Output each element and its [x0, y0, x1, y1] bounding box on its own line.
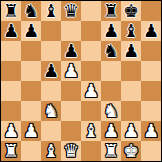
piece-black-pawn[interactable]: ♟ [103, 21, 119, 41]
piece-black-bishop[interactable]: ♝ [43, 1, 59, 21]
square-f7[interactable]: ♟ [101, 21, 121, 41]
square-f6[interactable]: ♞ [101, 41, 121, 61]
piece-white-pawn[interactable]: ♟ [23, 121, 39, 141]
square-c1[interactable]: ♝ [41, 141, 61, 161]
piece-black-rook[interactable]: ♜ [103, 1, 119, 21]
square-b7[interactable]: ♟ [21, 21, 41, 41]
piece-black-pawn[interactable]: ♟ [3, 21, 19, 41]
square-d1[interactable]: ♛ [61, 141, 81, 161]
square-a5[interactable] [1, 61, 21, 81]
square-e7[interactable] [81, 21, 101, 41]
piece-black-pawn[interactable]: ♟ [43, 61, 59, 81]
square-c2[interactable] [41, 121, 61, 141]
square-e1[interactable] [81, 141, 101, 161]
square-d3[interactable] [61, 101, 81, 121]
square-c7[interactable] [41, 21, 61, 41]
square-a3[interactable] [1, 101, 21, 121]
chess-board-frame: ♜♞♝♛♜♚♟♟♟♝♟♟♞♟♟♟♟♞♞♟♟♝♟♟♟♜♝♛♜♚ [0, 0, 162, 162]
piece-white-knight[interactable]: ♞ [103, 101, 119, 121]
square-b6[interactable] [21, 41, 41, 61]
square-h2[interactable]: ♟ [141, 121, 161, 141]
piece-white-pawn[interactable]: ♟ [83, 81, 99, 101]
square-b3[interactable] [21, 101, 41, 121]
piece-white-bishop[interactable]: ♝ [43, 141, 59, 161]
square-h3[interactable] [141, 101, 161, 121]
square-h7[interactable]: ♟ [141, 21, 161, 41]
square-c4[interactable] [41, 81, 61, 101]
square-c8[interactable]: ♝ [41, 1, 61, 21]
square-g1[interactable]: ♚ [121, 141, 141, 161]
square-e3[interactable] [81, 101, 101, 121]
piece-white-pawn[interactable]: ♟ [123, 121, 139, 141]
piece-black-rook[interactable]: ♜ [3, 1, 19, 21]
piece-black-pawn[interactable]: ♟ [143, 21, 159, 41]
square-e2[interactable]: ♝ [81, 121, 101, 141]
square-e5[interactable] [81, 61, 101, 81]
square-a2[interactable]: ♟ [1, 121, 21, 141]
piece-black-knight[interactable]: ♞ [23, 1, 39, 21]
square-d4[interactable] [61, 81, 81, 101]
square-e4[interactable]: ♟ [81, 81, 101, 101]
square-f2[interactable]: ♟ [101, 121, 121, 141]
piece-black-pawn[interactable]: ♟ [23, 21, 39, 41]
square-a6[interactable] [1, 41, 21, 61]
square-h6[interactable] [141, 41, 161, 61]
square-c5[interactable]: ♟ [41, 61, 61, 81]
piece-white-pawn[interactable]: ♟ [143, 121, 159, 141]
square-e6[interactable] [81, 41, 101, 61]
square-b2[interactable]: ♟ [21, 121, 41, 141]
piece-white-pawn[interactable]: ♟ [103, 121, 119, 141]
square-g7[interactable]: ♝ [121, 21, 141, 41]
piece-black-pawn[interactable]: ♟ [63, 41, 79, 61]
square-d8[interactable]: ♛ [61, 1, 81, 21]
piece-black-knight[interactable]: ♞ [103, 41, 119, 61]
piece-black-king[interactable]: ♚ [123, 1, 139, 21]
square-g3[interactable] [121, 101, 141, 121]
square-g2[interactable]: ♟ [121, 121, 141, 141]
piece-black-queen[interactable]: ♛ [63, 1, 79, 21]
square-f8[interactable]: ♜ [101, 1, 121, 21]
square-c3[interactable]: ♞ [41, 101, 61, 121]
piece-white-king[interactable]: ♚ [123, 141, 139, 161]
square-h1[interactable] [141, 141, 161, 161]
square-h4[interactable] [141, 81, 161, 101]
square-a4[interactable] [1, 81, 21, 101]
square-f5[interactable] [101, 61, 121, 81]
piece-white-knight[interactable]: ♞ [43, 101, 59, 121]
piece-white-pawn[interactable]: ♟ [63, 61, 79, 81]
square-d7[interactable] [61, 21, 81, 41]
square-h8[interactable] [141, 1, 161, 21]
square-f1[interactable]: ♜ [101, 141, 121, 161]
square-d6[interactable]: ♟ [61, 41, 81, 61]
square-a1[interactable]: ♜ [1, 141, 21, 161]
square-b5[interactable] [21, 61, 41, 81]
piece-black-bishop[interactable]: ♝ [123, 21, 139, 41]
square-b4[interactable] [21, 81, 41, 101]
square-d2[interactable] [61, 121, 81, 141]
square-d5[interactable]: ♟ [61, 61, 81, 81]
square-a8[interactable]: ♜ [1, 1, 21, 21]
piece-black-pawn[interactable]: ♟ [123, 41, 139, 61]
piece-white-rook[interactable]: ♜ [3, 141, 19, 161]
square-g4[interactable] [121, 81, 141, 101]
square-f3[interactable]: ♞ [101, 101, 121, 121]
square-g5[interactable] [121, 61, 141, 81]
piece-white-rook[interactable]: ♜ [103, 141, 119, 161]
square-f4[interactable] [101, 81, 121, 101]
piece-white-queen[interactable]: ♛ [63, 141, 79, 161]
chess-board: ♜♞♝♛♜♚♟♟♟♝♟♟♞♟♟♟♟♞♞♟♟♝♟♟♟♜♝♛♜♚ [1, 1, 161, 161]
square-b1[interactable] [21, 141, 41, 161]
square-a7[interactable]: ♟ [1, 21, 21, 41]
square-g8[interactable]: ♚ [121, 1, 141, 21]
square-b8[interactable]: ♞ [21, 1, 41, 21]
square-h5[interactable] [141, 61, 161, 81]
square-c6[interactable] [41, 41, 61, 61]
piece-white-pawn[interactable]: ♟ [3, 121, 19, 141]
square-e8[interactable] [81, 1, 101, 21]
square-g6[interactable]: ♟ [121, 41, 141, 61]
piece-white-bishop[interactable]: ♝ [83, 121, 99, 141]
